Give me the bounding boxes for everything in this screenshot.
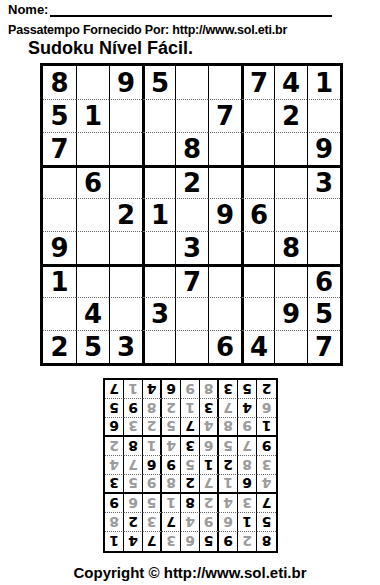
puzzle-cell-r5c7: 6 [241,198,274,231]
puzzle-cell-r4c7 [241,165,274,198]
solution-cell-r9c2: 5 [238,380,257,399]
puzzle-cell-r4c4 [142,165,175,198]
puzzle-cell-r1c8: 4 [274,66,307,99]
solution-cell-r3c8: 6 [124,494,143,513]
puzzle-cell-r3c3 [109,132,142,165]
puzzle-cell-r8c5 [175,297,208,330]
puzzle-cell-r9c5 [175,330,208,363]
puzzle-cell-r6c4 [142,231,175,264]
solution-cell-r8c7: 8 [143,399,162,418]
puzzle-cell-r5c6: 9 [208,198,241,231]
solution-cell-r8c6: 2 [162,399,181,418]
puzzle-cell-r1c3: 9 [109,66,142,99]
puzzle-cell-r1c1: 8 [43,66,76,99]
puzzle-cell-r4c9: 3 [307,165,340,198]
solution-cell-r2c2: 1 [238,513,257,532]
puzzle-cell-r8c4: 3 [142,297,175,330]
puzzle-cell-r3c1: 7 [43,132,76,165]
puzzle-cell-r5c8 [274,198,307,231]
puzzle-cell-r7c5: 7 [175,264,208,297]
solution-cell-r8c8: 9 [124,399,143,418]
puzzle-cell-r4c1 [43,165,76,198]
puzzle-cell-r1c2 [76,66,109,99]
solution-cell-r2c9: 8 [105,513,124,532]
solution-cell-r7c5: 7 [181,418,200,437]
solution-cell-r6c1: 9 [257,437,276,456]
solution-cell-r6c8: 8 [124,437,143,456]
puzzle-cell-r4c2: 6 [76,165,109,198]
name-blank-line [50,2,332,17]
puzzle-cell-r9c7: 4 [241,330,274,363]
puzzle-cell-r6c8: 8 [274,231,307,264]
puzzle-cell-r8c7 [241,297,274,330]
solution-cell-r8c2: 4 [238,399,257,418]
solution-cell-r2c3: 6 [219,513,238,532]
solution-cell-r4c5: 2 [181,475,200,494]
solution-cell-r8c4: 3 [200,399,219,418]
solution-cell-r4c6: 8 [162,475,181,494]
puzzle-cell-r6c3 [109,231,142,264]
provider-line: Passatempo Fornecido Por: http://www.sol… [8,23,287,37]
solution-cell-r4c7: 9 [143,475,162,494]
solution-cell-r6c5: 3 [181,437,200,456]
solution-cell-r5c9: 4 [105,456,124,475]
solution-cell-r4c1: 4 [257,475,276,494]
solution-cell-r1c3: 9 [219,532,238,551]
name-field-row: Nome: [8,2,332,17]
puzzle-cell-r8c1 [43,297,76,330]
solution-cell-r4c3: 1 [219,475,238,494]
solution-cell-r2c6: 7 [162,513,181,532]
solution-cell-r9c9: 7 [105,380,124,399]
puzzle-cell-r7c3 [109,264,142,297]
solution-cell-r4c2: 6 [238,475,257,494]
puzzle-cell-r7c4 [142,264,175,297]
solution-cell-r3c2: 3 [238,494,257,513]
puzzle-cell-r8c3 [109,297,142,330]
solution-cell-r6c9: 2 [105,437,124,456]
puzzle-cell-r7c6 [208,264,241,297]
puzzle-cell-r9c4 [142,330,175,363]
solution-cell-r6c4: 6 [200,437,219,456]
solution-cell-r6c2: 7 [238,437,257,456]
solution-cell-r1c6: 3 [162,532,181,551]
solution-cell-r5c6: 9 [162,456,181,475]
puzzle-cell-r9c8 [274,330,307,363]
puzzle-cell-r4c6 [208,165,241,198]
puzzle-cell-r2c2: 1 [76,99,109,132]
solution-cell-r9c6: 6 [162,380,181,399]
solution-cell-r9c4: 8 [200,380,219,399]
puzzle-cell-r1c5 [175,66,208,99]
solution-cell-r2c7: 3 [143,513,162,532]
puzzle-cell-r8c2: 4 [76,297,109,330]
puzzle-cell-r5c5 [175,198,208,231]
puzzle-cell-r9c2: 5 [76,330,109,363]
solution-cell-r8c3: 7 [219,399,238,418]
puzzle-cell-r6c1: 9 [43,231,76,264]
solution-cell-r5c7: 6 [143,456,162,475]
solution-cell-r6c7: 1 [143,437,162,456]
solution-cell-r8c9: 5 [105,399,124,418]
solution-cell-r5c1: 3 [257,456,276,475]
puzzle-cell-r7c9: 6 [307,264,340,297]
solution-cell-r9c7: 4 [143,380,162,399]
solution-cell-r1c8: 4 [124,532,143,551]
solution-cell-r6c6: 4 [162,437,181,456]
puzzle-cell-r3c8 [274,132,307,165]
sudoku-puzzle-grid: 895741517278962321969381764395253647 [40,63,343,366]
solution-cell-r7c4: 4 [200,418,219,437]
puzzle-cell-r5c1 [43,198,76,231]
solution-cell-r2c5: 4 [181,513,200,532]
puzzle-cell-r5c9 [307,198,340,231]
solution-cell-r7c8: 3 [124,418,143,437]
puzzle-cell-r9c6: 6 [208,330,241,363]
puzzle-cell-r7c2 [76,264,109,297]
puzzle-cell-r4c3 [109,165,142,198]
puzzle-cell-r2c8: 2 [274,99,307,132]
solution-cell-r5c2: 8 [238,456,257,475]
puzzle-cell-r7c8 [274,264,307,297]
solution-cell-r8c1: 6 [257,399,276,418]
puzzle-cell-r3c5: 8 [175,132,208,165]
solution-cell-r9c3: 3 [219,380,238,399]
solution-cell-r1c5: 6 [181,532,200,551]
puzzle-cell-r2c1: 5 [43,99,76,132]
puzzle-cell-r3c6 [208,132,241,165]
puzzle-cell-r5c3: 2 [109,198,142,231]
puzzle-cell-r6c9 [307,231,340,264]
puzzle-cell-r2c5 [175,99,208,132]
solution-cell-r3c7: 5 [143,494,162,513]
solution-cell-r9c5: 9 [181,380,200,399]
solution-cell-r9c1: 2 [257,380,276,399]
puzzle-cell-r6c7 [241,231,274,264]
page-title: Sudoku Nível Fácil. [28,38,193,59]
puzzle-cell-r2c9 [307,99,340,132]
sudoku-solution-grid-upside-down: 8295637415169473287342815694617289533821… [103,378,278,553]
puzzle-cell-r1c6 [208,66,241,99]
puzzle-cell-r7c7 [241,264,274,297]
solution-cell-r7c1: 1 [257,418,276,437]
solution-cell-r3c4: 2 [200,494,219,513]
puzzle-cell-r4c5: 2 [175,165,208,198]
solution-cell-r7c9: 6 [105,418,124,437]
puzzle-cell-r2c3 [109,99,142,132]
puzzle-cell-r4c8 [274,165,307,198]
solution-cell-r3c9: 9 [105,494,124,513]
puzzle-cell-r1c4: 5 [142,66,175,99]
solution-cell-r1c4: 5 [200,532,219,551]
copyright-text: Copyright © http://www.sol.eti.br [0,564,380,581]
puzzle-cell-r7c1: 1 [43,264,76,297]
solution-cell-r3c5: 8 [181,494,200,513]
puzzle-cell-r9c9: 7 [307,330,340,363]
solution-cell-r4c4: 7 [200,475,219,494]
puzzle-cell-r6c2 [76,231,109,264]
solution-cell-r5c5: 5 [181,456,200,475]
puzzle-cell-r8c8: 9 [274,297,307,330]
solution-cell-r7c2: 9 [238,418,257,437]
solution-cell-r7c7: 2 [143,418,162,437]
solution-cell-r5c4: 1 [200,456,219,475]
puzzle-cell-r1c7: 7 [241,66,274,99]
solution-cell-r4c9: 3 [105,475,124,494]
solution-cell-r3c3: 4 [219,494,238,513]
puzzle-cell-r2c4 [142,99,175,132]
puzzle-cell-r8c6 [208,297,241,330]
solution-cell-r3c1: 7 [257,494,276,513]
puzzle-cell-r6c6 [208,231,241,264]
puzzle-cell-r3c9: 9 [307,132,340,165]
solution-cell-r2c1: 5 [257,513,276,532]
puzzle-cell-r3c2 [76,132,109,165]
puzzle-cell-r9c3: 3 [109,330,142,363]
solution-cell-r5c3: 2 [219,456,238,475]
solution-cell-r7c6: 5 [162,418,181,437]
solution-cell-r7c3: 8 [219,418,238,437]
solution-cell-r2c4: 9 [200,513,219,532]
puzzle-cell-r1c9: 1 [307,66,340,99]
puzzle-cell-r3c4 [142,132,175,165]
solution-cell-r6c3: 5 [219,437,238,456]
solution-cell-r2c8: 2 [124,513,143,532]
puzzle-cell-r2c7 [241,99,274,132]
solution-cell-r1c2: 2 [238,532,257,551]
puzzle-cell-r9c1: 2 [43,330,76,363]
puzzle-cell-r2c6: 7 [208,99,241,132]
solution-cell-r1c1: 8 [257,532,276,551]
puzzle-cell-r5c2 [76,198,109,231]
puzzle-cell-r5c4: 1 [142,198,175,231]
puzzle-cell-r3c7 [241,132,274,165]
solution-cell-r8c5: 1 [181,399,200,418]
solution-cell-r9c8: 1 [124,380,143,399]
solution-cell-r1c9: 1 [105,532,124,551]
solution-cell-r4c8: 5 [124,475,143,494]
solution-cell-r1c7: 7 [143,532,162,551]
name-label: Nome: [8,2,48,17]
solution-cell-r3c6: 1 [162,494,181,513]
puzzle-cell-r8c9: 5 [307,297,340,330]
puzzle-cell-r6c5: 3 [175,231,208,264]
solution-cell-r5c8: 7 [124,456,143,475]
